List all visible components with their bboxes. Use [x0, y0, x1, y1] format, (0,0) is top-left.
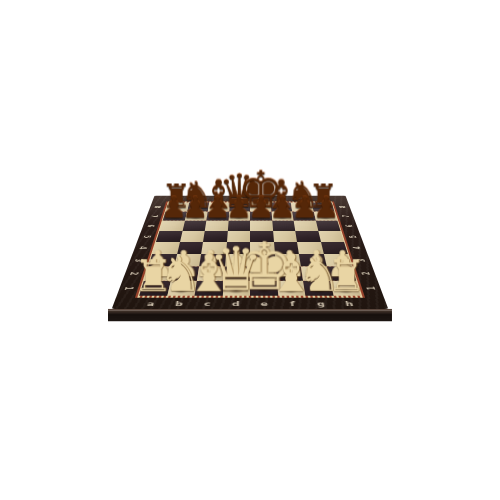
- file-label-d: d: [230, 196, 250, 201]
- file-label-b: b: [189, 196, 210, 201]
- file-label-d: d: [221, 298, 250, 309]
- square-g6[interactable]: [294, 221, 318, 231]
- white-bishop[interactable]: ♝: [185, 251, 231, 295]
- square-a5[interactable]: [156, 231, 182, 242]
- file-labels-bottom: abcdefgh: [135, 298, 365, 309]
- white-rook[interactable]: ♜: [134, 258, 173, 295]
- chess-board: abcdefgh abcdefgh 87654321 87654321 ♜♞♝♛…: [112, 196, 389, 309]
- board-frame: abcdefgh abcdefgh 87654321 87654321 ♜♞♝♛…: [112, 196, 389, 309]
- file-label-g: g: [306, 298, 336, 309]
- rank-label-5: 5: [341, 233, 367, 240]
- decorative-mosaic-border: ♜♞♝♛♚♝♞♜♟♟♟♟♟♟♟♟♟♟♟♟♟♟♟♟♜♞♝♛♚♝♞♜: [135, 201, 365, 297]
- file-label-a: a: [169, 196, 191, 201]
- white-rook[interactable]: ♜: [327, 258, 366, 295]
- square-b5[interactable]: [180, 231, 205, 242]
- white-bishop[interactable]: ♝: [268, 251, 314, 295]
- file-label-c: c: [209, 196, 230, 201]
- scene: abcdefgh abcdefgh 87654321 87654321 ♜♞♝♛…: [0, 0, 500, 500]
- square-f7[interactable]: ♟: [271, 211, 294, 220]
- rank-label-6: 6: [338, 223, 363, 229]
- file-label-f: f: [278, 298, 308, 309]
- file-label-b: b: [164, 298, 194, 309]
- square-b6[interactable]: [182, 221, 206, 231]
- square-a1[interactable]: ♜: [139, 281, 170, 296]
- file-label-e: e: [250, 298, 279, 309]
- board-front-edge: [108, 309, 392, 321]
- file-label-h: h: [310, 196, 332, 201]
- file-label-e: e: [250, 196, 270, 201]
- file-label-c: c: [192, 298, 222, 309]
- square-c6[interactable]: [205, 221, 228, 231]
- product-photo: abcdefgh abcdefgh 87654321 87654321 ♜♞♝♛…: [0, 0, 500, 500]
- square-g5[interactable]: [295, 231, 320, 242]
- board-grid: ♜♞♝♛♚♝♞♜♟♟♟♟♟♟♟♟♟♟♟♟♟♟♟♟♜♞♝♛♚♝♞♜: [139, 203, 361, 296]
- file-label-h: h: [334, 298, 365, 309]
- rank-label-8: 8: [145, 204, 168, 210]
- rank-label-7: 7: [335, 213, 359, 219]
- rank-label-5: 5: [134, 233, 160, 240]
- square-h1[interactable]: ♜: [330, 281, 361, 296]
- square-d7[interactable]: ♟: [228, 211, 250, 220]
- file-label-f: f: [270, 196, 291, 201]
- square-c1[interactable]: ♝: [195, 281, 224, 296]
- file-labels-top: abcdefgh: [169, 196, 331, 201]
- square-f1[interactable]: ♝: [277, 281, 306, 296]
- square-a6[interactable]: [159, 221, 184, 231]
- rank-label-8: 8: [332, 204, 355, 210]
- rank-label-6: 6: [138, 223, 163, 229]
- rank-label-7: 7: [142, 213, 166, 219]
- file-label-a: a: [135, 298, 166, 309]
- file-label-g: g: [290, 196, 311, 201]
